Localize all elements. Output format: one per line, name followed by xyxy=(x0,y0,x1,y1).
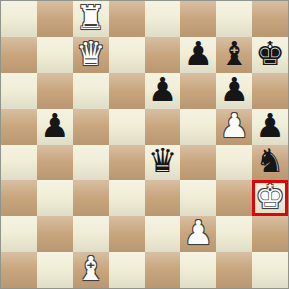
square-g2[interactable] xyxy=(216,216,252,252)
piece-white-bishop[interactable]: ♝ xyxy=(76,252,106,287)
square-a4[interactable] xyxy=(1,145,37,181)
square-a1[interactable] xyxy=(1,252,37,288)
square-f8[interactable] xyxy=(180,1,216,37)
square-d8[interactable] xyxy=(109,1,145,37)
square-h5[interactable]: ♟ xyxy=(252,109,288,145)
square-a2[interactable] xyxy=(1,216,37,252)
square-c3[interactable] xyxy=(73,180,109,216)
piece-black-pawn[interactable]: ♟ xyxy=(184,37,214,72)
square-h3[interactable]: ♚ xyxy=(252,180,288,216)
square-a8[interactable] xyxy=(1,1,37,37)
square-c6[interactable] xyxy=(73,73,109,109)
square-e8[interactable] xyxy=(145,1,181,37)
square-g7[interactable]: ♝ xyxy=(216,37,252,73)
square-c2[interactable] xyxy=(73,216,109,252)
square-e1[interactable] xyxy=(145,252,181,288)
piece-black-bishop[interactable]: ♝ xyxy=(219,37,249,72)
piece-black-pawn[interactable]: ♟ xyxy=(219,73,249,108)
square-a7[interactable] xyxy=(1,37,37,73)
square-d5[interactable] xyxy=(109,109,145,145)
square-f4[interactable] xyxy=(180,145,216,181)
square-g6[interactable]: ♟ xyxy=(216,73,252,109)
square-b4[interactable] xyxy=(37,145,73,181)
piece-black-queen[interactable]: ♛ xyxy=(148,145,178,180)
square-d7[interactable] xyxy=(109,37,145,73)
square-c5[interactable] xyxy=(73,109,109,145)
square-h6[interactable] xyxy=(252,73,288,109)
square-e6[interactable]: ♟ xyxy=(145,73,181,109)
square-h8[interactable] xyxy=(252,1,288,37)
square-f7[interactable]: ♟ xyxy=(180,37,216,73)
piece-white-rook[interactable]: ♜ xyxy=(76,1,106,36)
piece-white-pawn[interactable]: ♟ xyxy=(219,109,249,144)
square-b5[interactable]: ♟ xyxy=(37,109,73,145)
square-f1[interactable] xyxy=(180,252,216,288)
square-a5[interactable] xyxy=(1,109,37,145)
square-e7[interactable] xyxy=(145,37,181,73)
square-g4[interactable] xyxy=(216,145,252,181)
square-d1[interactable] xyxy=(109,252,145,288)
square-b2[interactable] xyxy=(37,216,73,252)
piece-white-king[interactable]: ♚ xyxy=(255,180,285,215)
square-a3[interactable] xyxy=(1,180,37,216)
square-g5[interactable]: ♟ xyxy=(216,109,252,145)
square-b3[interactable] xyxy=(37,180,73,216)
square-c4[interactable] xyxy=(73,145,109,181)
square-g1[interactable] xyxy=(216,252,252,288)
square-g3[interactable] xyxy=(216,180,252,216)
square-b6[interactable] xyxy=(37,73,73,109)
square-d3[interactable] xyxy=(109,180,145,216)
square-g8[interactable] xyxy=(216,1,252,37)
square-c7[interactable]: ♛ xyxy=(73,37,109,73)
square-c8[interactable]: ♜ xyxy=(73,1,109,37)
square-h1[interactable] xyxy=(252,252,288,288)
square-e3[interactable] xyxy=(145,180,181,216)
piece-black-pawn[interactable]: ♟ xyxy=(148,73,178,108)
square-h7[interactable]: ♚ xyxy=(252,37,288,73)
piece-black-pawn[interactable]: ♟ xyxy=(40,109,70,144)
square-f6[interactable] xyxy=(180,73,216,109)
square-e2[interactable] xyxy=(145,216,181,252)
square-f5[interactable] xyxy=(180,109,216,145)
square-e4[interactable]: ♛ xyxy=(145,145,181,181)
piece-black-knight[interactable]: ♞ xyxy=(255,145,285,180)
square-a6[interactable] xyxy=(1,73,37,109)
piece-black-king[interactable]: ♚ xyxy=(255,37,285,72)
piece-white-pawn[interactable]: ♟ xyxy=(184,216,214,251)
square-c1[interactable]: ♝ xyxy=(73,252,109,288)
square-f3[interactable] xyxy=(180,180,216,216)
square-h2[interactable] xyxy=(252,216,288,252)
piece-white-queen[interactable]: ♛ xyxy=(76,37,106,72)
square-e5[interactable] xyxy=(145,109,181,145)
square-b8[interactable] xyxy=(37,1,73,37)
square-d4[interactable] xyxy=(109,145,145,181)
square-b7[interactable] xyxy=(37,37,73,73)
square-d6[interactable] xyxy=(109,73,145,109)
square-d2[interactable] xyxy=(109,216,145,252)
square-h4[interactable]: ♞ xyxy=(252,145,288,181)
square-b1[interactable] xyxy=(37,252,73,288)
piece-black-pawn[interactable]: ♟ xyxy=(255,109,285,144)
chess-board: ♜♛♟♝♚♟♟♟♟♟♛♞♚♟♝ xyxy=(0,0,289,289)
square-f2[interactable]: ♟ xyxy=(180,216,216,252)
